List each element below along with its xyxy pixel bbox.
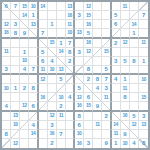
given-number: 9 [23, 30, 26, 36]
sudoku-cell[interactable] [84, 84, 93, 93]
sudoku-cell[interactable]: 4 [48, 57, 57, 66]
sudoku-cell[interactable] [102, 130, 111, 139]
sudoku-cell[interactable] [112, 93, 121, 102]
sudoku-cell[interactable]: 1 [121, 75, 130, 84]
sudoku-cell[interactable]: 7 [39, 29, 48, 38]
sudoku-cell[interactable] [29, 112, 38, 121]
sudoku-cell[interactable]: 16 [121, 112, 130, 121]
sudoku-cell[interactable]: 8 [29, 84, 38, 93]
sudoku-cell[interactable] [66, 130, 75, 139]
given-number: 10 [22, 58, 27, 63]
sudoku-cell[interactable] [48, 48, 57, 57]
sudoku-cell[interactable]: 10 [20, 57, 29, 66]
given-number: 11 [95, 122, 99, 127]
sudoku-cell[interactable] [48, 29, 57, 38]
sudoku-cell[interactable] [139, 20, 148, 29]
given-number: 10 [31, 4, 36, 9]
sudoku-cell[interactable] [2, 57, 11, 66]
sudoku-cell[interactable]: 12 [84, 2, 93, 11]
sudoku-cell[interactable]: 10 [48, 66, 57, 75]
given-number: 2 [87, 76, 90, 82]
given-number: 16 [40, 95, 45, 100]
sudoku-cell[interactable] [139, 29, 148, 38]
sudoku-cell[interactable]: 12 [2, 20, 11, 29]
sudoku-cell[interactable]: 10 [29, 2, 38, 11]
sudoku-cell[interactable]: 4 [130, 139, 139, 148]
given-number: 1 [132, 30, 135, 36]
sudoku-cell[interactable] [66, 75, 75, 84]
sudoku-cell[interactable]: 8 [121, 93, 130, 102]
sudoku-cell[interactable] [84, 57, 93, 66]
sudoku-cell[interactable] [66, 112, 75, 121]
sudoku-cell[interactable]: 12 [48, 112, 57, 121]
sudoku-cell[interactable] [139, 2, 148, 11]
sudoku-cell[interactable] [130, 130, 139, 139]
given-number: 3 [87, 140, 90, 146]
given-number: 15 [22, 4, 27, 9]
sudoku-cell[interactable]: 16 [66, 11, 75, 20]
given-number: 10 [4, 86, 9, 91]
sudoku-cell[interactable] [93, 29, 102, 38]
sudoku-cell[interactable]: 16 [84, 39, 93, 48]
sudoku-cell[interactable]: 10 [121, 139, 130, 148]
sudoku-cell[interactable] [93, 112, 102, 121]
sudoku-cell[interactable] [39, 102, 48, 111]
sudoku-cell[interactable] [57, 121, 66, 130]
sudoku-cell[interactable]: 15 [102, 48, 111, 57]
sudoku-cell[interactable] [121, 20, 130, 29]
sudoku-cell[interactable]: 3 [112, 57, 121, 66]
given-number: 1 [123, 76, 126, 82]
sudoku-cell[interactable]: 6 [39, 57, 48, 66]
given-number: 16 [49, 131, 54, 136]
sudoku-cell[interactable] [48, 93, 57, 102]
sudoku-cell[interactable]: 13 [139, 121, 148, 130]
sudoku-cell[interactable] [20, 39, 29, 48]
sudoku-cell[interactable]: 11 [112, 130, 121, 139]
given-number: 15 [86, 13, 91, 18]
sudoku-cell[interactable] [130, 93, 139, 102]
sudoku-cell[interactable]: 9 [121, 130, 130, 139]
sudoku-cell[interactable]: 4 [93, 84, 102, 93]
given-number: 3 [78, 49, 81, 55]
sudoku-cell[interactable]: 11 [66, 20, 75, 29]
given-number: 10 [77, 131, 82, 136]
sudoku-cell[interactable] [29, 48, 38, 57]
sudoku-cell[interactable] [130, 48, 139, 57]
sudoku-cell[interactable]: 13 [57, 66, 66, 75]
sudoku-cell[interactable] [20, 121, 29, 130]
sudoku-cell[interactable] [39, 20, 48, 29]
given-number: 1 [14, 85, 17, 91]
sudoku-cell[interactable] [57, 139, 66, 148]
sudoku-cell[interactable] [102, 102, 111, 111]
given-number: 5 [114, 12, 117, 18]
sudoku-cell[interactable] [11, 102, 20, 111]
sudoku-cell[interactable]: 8 [93, 75, 102, 84]
sudoku-cell[interactable] [48, 84, 57, 93]
sudoku-cell[interactable]: 12 [84, 48, 93, 57]
sudoku-cell[interactable] [121, 48, 130, 57]
sudoku-cell[interactable]: 9 [93, 102, 102, 111]
given-number: 6 [78, 122, 81, 128]
sudoku-cell[interactable] [20, 20, 29, 29]
sudoku-cell[interactable] [112, 102, 121, 111]
sudoku-cell[interactable]: 1 [139, 57, 148, 66]
sudoku-cell[interactable] [57, 29, 66, 38]
sudoku-cell[interactable] [39, 139, 48, 148]
sudoku-cell[interactable] [84, 130, 93, 139]
sudoku-cell[interactable] [93, 139, 102, 148]
sudoku-cell[interactable]: 2 [112, 39, 121, 48]
sudoku-cell[interactable] [75, 57, 84, 66]
given-number: 8 [132, 58, 135, 64]
sudoku-cell[interactable]: 8 [75, 112, 84, 121]
given-number: 12 [49, 113, 54, 118]
sudoku-cell[interactable]: 10 [2, 84, 11, 93]
sudoku-cell[interactable] [121, 121, 130, 130]
sudoku-cell[interactable] [2, 139, 11, 148]
sudoku-cell[interactable]: 5 [39, 48, 48, 57]
sudoku-cell[interactable]: 11 [139, 39, 148, 48]
sudoku-cell[interactable] [2, 39, 11, 48]
sudoku-cell[interactable]: 5 [112, 11, 121, 20]
sudoku-cell[interactable] [102, 121, 111, 130]
sudoku-cell[interactable]: 6 [2, 2, 11, 11]
sudoku-cell[interactable] [39, 84, 48, 93]
given-number: 2 [68, 58, 71, 64]
sudoku-cell[interactable] [112, 2, 121, 11]
sudoku-cell[interactable] [29, 57, 38, 66]
sudoku-cell[interactable] [11, 93, 20, 102]
sudoku-cell[interactable]: 16 [84, 20, 93, 29]
sudoku-cell[interactable] [130, 75, 139, 84]
sudoku-cell[interactable]: 11 [2, 48, 11, 57]
given-number: 9 [123, 131, 126, 137]
given-number: 16 [67, 13, 72, 18]
sudoku-cell[interactable]: 5 [57, 75, 66, 84]
sudoku-cell[interactable] [66, 102, 75, 111]
sudoku-cell[interactable] [57, 20, 66, 29]
sudoku-cell[interactable] [75, 75, 84, 84]
given-number: 11 [123, 86, 127, 91]
sudoku-cell[interactable] [39, 121, 48, 130]
sudoku-cell[interactable]: 14 [130, 20, 139, 29]
sudoku-cell[interactable]: 14 [29, 130, 38, 139]
sudoku-cell[interactable] [139, 48, 148, 57]
sudoku-cell[interactable]: 9 [20, 29, 29, 38]
sudoku-cell[interactable] [84, 121, 93, 130]
sudoku-cell[interactable]: 13 [29, 20, 38, 29]
sudoku-cell[interactable]: 16 [39, 93, 48, 102]
sudoku-cell[interactable]: 10 [11, 121, 20, 130]
sudoku-cell[interactable]: 3 [75, 48, 84, 57]
sudoku-cell[interactable] [29, 29, 38, 38]
sudoku-cell[interactable]: 3 [102, 84, 111, 93]
sudoku-cell[interactable]: 15 [20, 2, 29, 11]
sudoku-cell[interactable] [93, 93, 102, 102]
sudoku-cell[interactable] [93, 20, 102, 29]
sudoku-cell[interactable]: 8 [139, 139, 148, 148]
sudoku-cell[interactable]: 10 [75, 130, 84, 139]
sudoku-cell[interactable] [66, 84, 75, 93]
sudoku-cell[interactable] [130, 39, 139, 48]
sudoku-cell[interactable] [93, 2, 102, 11]
sudoku-cell[interactable]: 8 [130, 57, 139, 66]
sudoku-cell[interactable] [66, 139, 75, 148]
sudoku-cell[interactable] [139, 130, 148, 139]
sudoku-cell[interactable]: 11 [93, 121, 102, 130]
sudoku-cell[interactable]: 6 [75, 121, 84, 130]
sudoku-cell[interactable] [57, 11, 66, 20]
sudoku-cell[interactable] [39, 11, 48, 20]
sudoku-cell[interactable]: 12 [75, 93, 84, 102]
sudoku-cell[interactable]: 4 [2, 102, 11, 111]
sudoku-cell[interactable] [2, 11, 11, 20]
given-number: 8 [96, 76, 99, 82]
sudoku-cell[interactable] [102, 57, 111, 66]
sudoku-cell[interactable]: 5 [102, 66, 111, 75]
sudoku-cell[interactable] [93, 48, 102, 57]
sudoku-cell[interactable] [11, 11, 20, 20]
given-number: 1 [31, 12, 34, 18]
sudoku-cell[interactable] [20, 112, 29, 121]
given-number: 14 [40, 4, 45, 9]
sudoku-cell[interactable]: 5 [130, 112, 139, 121]
sudoku-cell[interactable]: 8 [84, 66, 93, 75]
sudoku-cell[interactable] [29, 75, 38, 84]
sudoku-cell[interactable]: 15 [84, 102, 93, 111]
sudoku-cell[interactable] [2, 93, 11, 102]
sudoku-cell[interactable] [102, 29, 111, 38]
sudoku-cell[interactable] [102, 39, 111, 48]
sudoku-cell[interactable] [29, 39, 38, 48]
sudoku-cell[interactable] [57, 57, 66, 66]
sudoku-cell[interactable] [102, 2, 111, 11]
sudoku-cell[interactable]: 2 [57, 102, 66, 111]
sudoku-cell[interactable]: 7 [29, 66, 38, 75]
sudoku-cell[interactable] [2, 112, 11, 121]
sudoku-cell[interactable]: 1 [112, 139, 121, 148]
sudoku-cell[interactable]: 8 [2, 130, 11, 139]
given-number: 5 [123, 58, 126, 64]
sudoku-cell[interactable] [130, 11, 139, 20]
sudoku-cell[interactable] [66, 121, 75, 130]
sudoku-cell[interactable] [93, 39, 102, 48]
sudoku-cell[interactable]: 3 [11, 20, 20, 29]
sudoku-cell[interactable]: 1 [20, 48, 29, 57]
sudoku-cell[interactable]: 13 [75, 29, 84, 38]
sudoku-cell[interactable]: 12 [130, 121, 139, 130]
sudoku-cell[interactable]: 11 [39, 66, 48, 75]
sudoku-cell[interactable]: 2 [84, 75, 93, 84]
sudoku-cell[interactable]: 6 [112, 20, 121, 29]
sudoku-cell[interactable] [11, 48, 20, 57]
sudoku-cell[interactable]: 6 [29, 102, 38, 111]
sudoku-cell[interactable] [139, 84, 148, 93]
sudoku-cell[interactable] [102, 11, 111, 20]
sudoku-cell[interactable] [112, 29, 121, 38]
sudoku-cell[interactable]: 9 [102, 139, 111, 148]
sudoku-cell[interactable]: 5 [84, 29, 93, 38]
given-number: 7 [14, 3, 17, 9]
sudoku-cell[interactable]: 16 [48, 130, 57, 139]
sudoku-cell[interactable]: 4 [20, 66, 29, 75]
sudoku-cell[interactable] [121, 11, 130, 20]
sudoku-cell[interactable] [11, 66, 20, 75]
sudoku-cell[interactable]: 12 [39, 75, 48, 84]
sudoku-cell[interactable] [75, 39, 84, 48]
given-number: 3 [78, 12, 81, 18]
sudoku-cell[interactable]: 3 [48, 121, 57, 130]
sudoku-cell[interactable] [130, 66, 139, 75]
sudoku-cell[interactable] [102, 20, 111, 29]
sudoku-cell[interactable]: 14 [20, 11, 29, 20]
sudoku-cell[interactable] [139, 66, 148, 75]
sudoku-cell[interactable]: 10 [57, 93, 66, 102]
sudoku-cell[interactable]: 10 [66, 29, 75, 38]
sudoku-cell[interactable] [121, 66, 130, 75]
sudoku-cell[interactable] [121, 102, 130, 111]
given-number: 7 [104, 76, 107, 82]
sudoku-cell[interactable] [11, 130, 20, 139]
sudoku-cell[interactable] [93, 130, 102, 139]
sudoku-cell[interactable]: 16 [2, 29, 11, 38]
sudoku-cell[interactable]: 5 [75, 84, 84, 93]
sudoku-cell[interactable] [75, 2, 84, 11]
sudoku-cell[interactable]: 7 [139, 11, 148, 20]
sudoku-cell[interactable] [48, 75, 57, 84]
sudoku-cell[interactable]: 12 [20, 102, 29, 111]
sudoku-cell[interactable]: 6 [84, 93, 93, 102]
given-number: 5 [132, 113, 135, 119]
sudoku-cell[interactable] [66, 66, 75, 75]
sudoku-cell[interactable] [112, 48, 121, 57]
sudoku-cell[interactable]: 13 [11, 112, 20, 121]
sudoku-cell[interactable]: 14 [112, 121, 121, 130]
sudoku-cell[interactable]: 12 [121, 39, 130, 48]
sudoku-cell[interactable]: 4 [112, 75, 121, 84]
sudoku-cell[interactable]: 14 [39, 2, 48, 11]
sudoku-cell[interactable]: 5 [121, 57, 130, 66]
given-number: 8 [5, 131, 8, 137]
sudoku-cell[interactable]: 3 [2, 66, 11, 75]
sudoku-cell[interactable]: 1 [29, 11, 38, 20]
given-number: 15 [49, 40, 54, 45]
sudoku-cell[interactable]: 12 [11, 139, 20, 148]
sudoku-cell[interactable] [2, 75, 11, 84]
sudoku-cell[interactable] [75, 66, 84, 75]
given-number: 6 [5, 3, 8, 9]
sudoku-cell[interactable]: 1 [48, 20, 57, 29]
sudoku-cell[interactable]: 11 [121, 84, 130, 93]
sudoku-cell[interactable]: 2 [102, 112, 111, 121]
given-number: 12 [22, 103, 27, 108]
sudoku-cell[interactable] [11, 39, 20, 48]
sudoku-cell[interactable] [93, 11, 102, 20]
sudoku-cell[interactable] [75, 20, 84, 29]
sudoku-cell[interactable]: 3 [75, 11, 84, 20]
sudoku-cell[interactable]: 8 [66, 48, 75, 57]
given-number: 5 [104, 66, 107, 72]
sudoku-cell[interactable] [112, 112, 121, 121]
sudoku-cell[interactable]: 2 [48, 139, 57, 148]
sudoku-cell[interactable] [48, 2, 57, 11]
sudoku-cell[interactable]: 1 [130, 29, 139, 38]
sudoku-cell[interactable]: 3 [84, 139, 93, 148]
sudoku-cell[interactable]: 4 [66, 93, 75, 102]
sudoku-cell[interactable]: 8 [11, 29, 20, 38]
sudoku-cell[interactable] [57, 84, 66, 93]
sudoku-cell[interactable] [57, 2, 66, 11]
sudoku-cell[interactable] [11, 57, 20, 66]
sudoku-cell[interactable]: 1 [11, 84, 20, 93]
given-number: 8 [123, 94, 126, 100]
sudoku-cell[interactable] [93, 57, 102, 66]
sudoku-cell[interactable]: 4 [29, 121, 38, 130]
sudoku-cell[interactable] [29, 139, 38, 148]
sudoku-cell[interactable]: 14 [57, 48, 66, 57]
sudoku-cell[interactable] [139, 102, 148, 111]
sudoku-cell[interactable]: 7 [57, 130, 66, 139]
sudoku-cell[interactable] [84, 112, 93, 121]
sudoku-cell[interactable] [39, 112, 48, 121]
sudoku-cell[interactable]: 15 [84, 11, 93, 20]
sudoku-cell[interactable] [20, 130, 29, 139]
given-number: 13 [141, 122, 146, 127]
given-number: 10 [67, 30, 72, 35]
given-number: 12 [77, 95, 82, 100]
sudoku-cell[interactable] [2, 121, 11, 130]
sudoku-cell[interactable] [11, 75, 20, 84]
sudoku-cell[interactable]: 11 [121, 2, 130, 11]
sudoku-cell[interactable] [130, 102, 139, 111]
sudoku-cell[interactable]: 11 [57, 112, 66, 121]
sudoku-cell[interactable] [20, 75, 29, 84]
sudoku-cell[interactable]: 2 [66, 57, 75, 66]
sudoku-cell[interactable] [39, 39, 48, 48]
sudoku-cell[interactable] [130, 2, 139, 11]
sudoku-cell[interactable] [48, 11, 57, 20]
sudoku-cell[interactable] [29, 93, 38, 102]
sudoku-cell[interactable]: 16 [75, 102, 84, 111]
sudoku-cell[interactable]: 7 [11, 2, 20, 11]
given-number: 10 [122, 141, 127, 146]
sudoku-cell[interactable] [112, 66, 121, 75]
sudoku-cell[interactable]: 13 [66, 2, 75, 11]
sudoku-cell[interactable]: 3 [139, 112, 148, 121]
sudoku-cell[interactable] [48, 102, 57, 111]
sudoku-cell[interactable]: 15 [48, 39, 57, 48]
sudoku-cell[interactable]: 16 [75, 139, 84, 148]
sudoku-cell[interactable] [20, 139, 29, 148]
sudoku-cell[interactable] [20, 93, 29, 102]
sudoku-cell[interactable]: 2 [20, 84, 29, 93]
sudoku-cell[interactable]: 7 [66, 39, 75, 48]
sudoku-cell[interactable]: 11 [102, 93, 111, 102]
sudoku-cell[interactable]: 1 [57, 39, 66, 48]
sudoku-cell[interactable]: 10 [139, 75, 148, 84]
sudoku-cell[interactable] [130, 84, 139, 93]
given-number: 16 [77, 103, 82, 108]
sudoku-cell[interactable] [39, 130, 48, 139]
sudoku-cell[interactable]: 15 [139, 93, 148, 102]
sudoku-cell[interactable]: 7 [102, 75, 111, 84]
sudoku-cell[interactable] [112, 84, 121, 93]
given-number: 3 [5, 66, 8, 72]
sudoku-cell[interactable] [93, 66, 102, 75]
sudoku-cell[interactable] [121, 29, 130, 38]
